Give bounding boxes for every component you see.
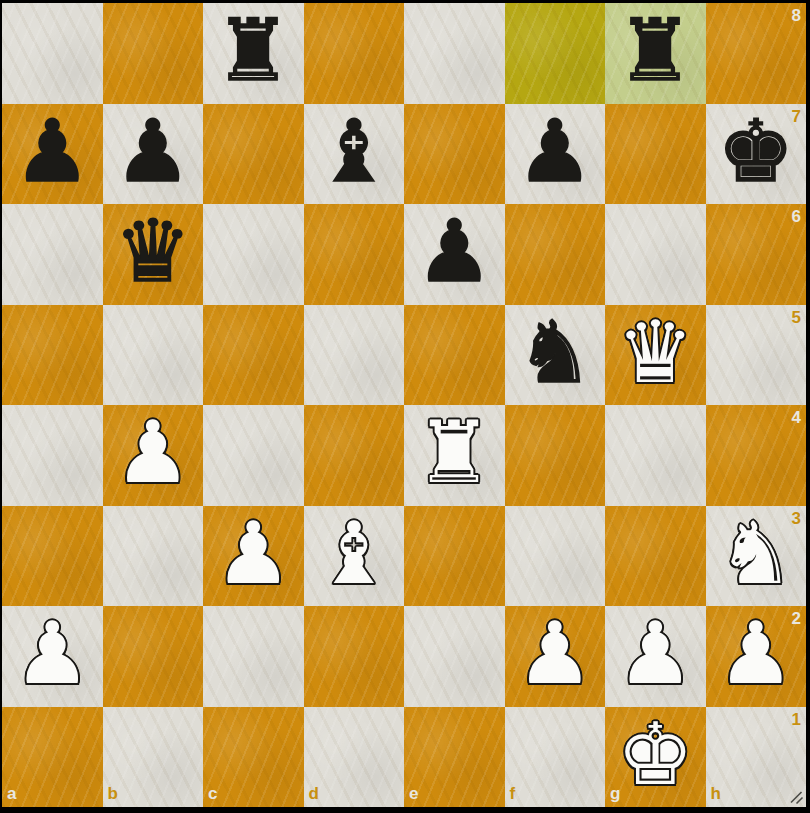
square-f8[interactable] [505, 3, 606, 104]
piece-white-rook-e4[interactable]: ♜ [416, 405, 493, 503]
square-a5[interactable] [2, 305, 103, 406]
square-g1[interactable]: ♚g [605, 707, 706, 808]
square-e1[interactable]: e [404, 707, 505, 808]
square-a2[interactable]: ♟ [2, 606, 103, 707]
piece-white-king-g1[interactable]: ♚ [617, 707, 694, 805]
rank-label-1: 1 [792, 710, 801, 730]
piece-white-knight-h3[interactable]: ♞ [717, 506, 794, 604]
square-b8[interactable] [103, 3, 204, 104]
square-e4[interactable]: ♜ [404, 405, 505, 506]
file-label-a: a [7, 784, 16, 804]
square-c4[interactable] [203, 405, 304, 506]
piece-white-bishop-d3[interactable]: ♝ [315, 506, 392, 604]
file-label-h: h [711, 784, 721, 804]
file-label-e: e [409, 784, 418, 804]
file-label-c: c [208, 784, 217, 804]
square-h3[interactable]: ♞3 [706, 506, 807, 607]
file-label-f: f [510, 784, 516, 804]
piece-white-pawn-h2[interactable]: ♟ [717, 606, 794, 704]
piece-white-pawn-a2[interactable]: ♟ [14, 606, 91, 704]
piece-black-pawn-f7[interactable]: ♟ [516, 104, 593, 202]
square-b4[interactable]: ♟ [103, 405, 204, 506]
square-d1[interactable]: d [304, 707, 405, 808]
square-c2[interactable] [203, 606, 304, 707]
square-h8[interactable]: 8 [706, 3, 807, 104]
file-label-d: d [309, 784, 319, 804]
square-b3[interactable] [103, 506, 204, 607]
square-g5[interactable]: ♛ [605, 305, 706, 406]
square-e5[interactable] [404, 305, 505, 406]
square-h2[interactable]: ♟2 [706, 606, 807, 707]
rank-label-6: 6 [792, 207, 801, 227]
square-d8[interactable] [304, 3, 405, 104]
piece-black-rook-c8[interactable]: ♜ [215, 3, 292, 101]
square-e6[interactable]: ♟ [404, 204, 505, 305]
square-f4[interactable] [505, 405, 606, 506]
square-d2[interactable] [304, 606, 405, 707]
square-a6[interactable] [2, 204, 103, 305]
piece-white-pawn-b4[interactable]: ♟ [114, 405, 191, 503]
square-d7[interactable]: ♝ [304, 104, 405, 205]
piece-black-pawn-a7[interactable]: ♟ [14, 104, 91, 202]
piece-black-rook-g8[interactable]: ♜ [617, 3, 694, 101]
square-b6[interactable]: ♛ [103, 204, 204, 305]
square-c1[interactable]: c [203, 707, 304, 808]
square-e8[interactable] [404, 3, 505, 104]
square-f1[interactable]: f [505, 707, 606, 808]
square-f2[interactable]: ♟ [505, 606, 606, 707]
square-c8[interactable]: ♜ [203, 3, 304, 104]
square-f3[interactable] [505, 506, 606, 607]
piece-white-pawn-c3[interactable]: ♟ [215, 506, 292, 604]
square-b2[interactable] [103, 606, 204, 707]
rank-label-8: 8 [792, 6, 801, 26]
square-a4[interactable] [2, 405, 103, 506]
square-g6[interactable] [605, 204, 706, 305]
square-c6[interactable] [203, 204, 304, 305]
piece-black-pawn-e6[interactable]: ♟ [416, 204, 493, 302]
page: { "game": "chess", "position": { "fen": … [0, 0, 810, 813]
square-e2[interactable] [404, 606, 505, 707]
piece-black-pawn-b7[interactable]: ♟ [114, 104, 191, 202]
square-f6[interactable] [505, 204, 606, 305]
square-f7[interactable]: ♟ [505, 104, 606, 205]
square-b5[interactable] [103, 305, 204, 406]
chess-board: ♜♜8♟♟♝♟♚7♛♟6♞♛5♟♜4♟♝♞3♟♟♟♟2abcdef♚g1h [2, 3, 806, 807]
square-g8[interactable]: ♜ [605, 3, 706, 104]
square-h6[interactable]: 6 [706, 204, 807, 305]
square-a3[interactable] [2, 506, 103, 607]
square-d6[interactable] [304, 204, 405, 305]
square-f5[interactable]: ♞ [505, 305, 606, 406]
piece-black-bishop-d7[interactable]: ♝ [315, 104, 392, 202]
square-a1[interactable]: a [2, 707, 103, 808]
rank-label-5: 5 [792, 308, 801, 328]
square-g3[interactable] [605, 506, 706, 607]
square-c5[interactable] [203, 305, 304, 406]
resize-handle-icon[interactable] [788, 789, 804, 805]
square-a8[interactable] [2, 3, 103, 104]
square-c3[interactable]: ♟ [203, 506, 304, 607]
square-g7[interactable] [605, 104, 706, 205]
square-h7[interactable]: ♚7 [706, 104, 807, 205]
square-g4[interactable] [605, 405, 706, 506]
square-h5[interactable]: 5 [706, 305, 807, 406]
piece-white-pawn-f2[interactable]: ♟ [516, 606, 593, 704]
piece-black-king-h7[interactable]: ♚ [717, 104, 794, 202]
piece-white-queen-g5[interactable]: ♛ [617, 305, 694, 403]
square-b7[interactable]: ♟ [103, 104, 204, 205]
rank-label-4: 4 [792, 408, 801, 428]
piece-black-queen-b6[interactable]: ♛ [114, 204, 191, 302]
piece-white-pawn-g2[interactable]: ♟ [617, 606, 694, 704]
square-d3[interactable]: ♝ [304, 506, 405, 607]
square-b1[interactable]: b [103, 707, 204, 808]
piece-black-knight-f5[interactable]: ♞ [516, 305, 593, 403]
square-e7[interactable] [404, 104, 505, 205]
square-g2[interactable]: ♟ [605, 606, 706, 707]
square-e3[interactable] [404, 506, 505, 607]
square-h4[interactable]: 4 [706, 405, 807, 506]
square-d5[interactable] [304, 305, 405, 406]
square-c7[interactable] [203, 104, 304, 205]
square-d4[interactable] [304, 405, 405, 506]
file-label-b: b [108, 784, 118, 804]
square-a7[interactable]: ♟ [2, 104, 103, 205]
